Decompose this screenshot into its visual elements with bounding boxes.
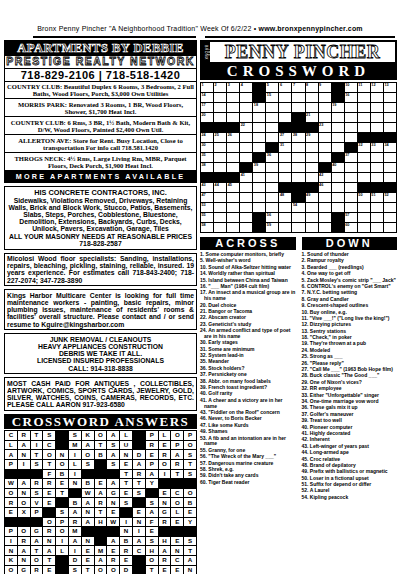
puzzle-black-cell (240, 163, 252, 172)
puzzle-cell[interactable] (240, 213, 252, 222)
puzzle-cell[interactable]: 60 (345, 223, 357, 232)
puzzle-cell[interactable] (384, 153, 396, 162)
puzzle-black-cell (227, 173, 239, 182)
answer-black-cell (18, 470, 30, 479)
puzzle-cell[interactable] (332, 173, 344, 182)
puzzle-cell[interactable]: 33 (371, 143, 383, 152)
puzzle-cell[interactable]: 4 (240, 83, 252, 92)
listing-allerton-ave: ALLERTON AVE: Store for Rent. Busy Locat… (5, 134, 196, 152)
puzzle-cell[interactable] (306, 223, 318, 232)
puzzle-cell[interactable] (240, 183, 252, 192)
puzzle-cell[interactable]: 31 (279, 143, 291, 152)
puzzle-black-cell (292, 193, 304, 202)
puzzle-black-cell (306, 123, 318, 132)
puzzle-cell[interactable] (227, 203, 239, 212)
puzzle-cell[interactable] (227, 213, 239, 222)
puzzle-cell[interactable]: 26 (227, 133, 239, 142)
puzzle-cell[interactable] (214, 213, 226, 222)
answer-black-cell (56, 431, 68, 440)
puzzle-cell[interactable] (253, 183, 265, 192)
answer-cell: E (120, 556, 132, 565)
puzzle-cell[interactable] (266, 103, 278, 112)
puzzle-cell[interactable]: 55 (201, 213, 213, 222)
puzzle-cell[interactable]: 30 (201, 143, 213, 152)
answer-cell: R (5, 498, 17, 507)
puzzle-cell[interactable] (371, 153, 383, 162)
junk-removal-ad: JUNK REMOVAL / CLEANOUTS HEAVY APPLIANCE… (4, 333, 197, 374)
puzzle-cell[interactable]: 54 (292, 203, 304, 212)
puzzle-black-cell (306, 183, 318, 192)
answer-cell: P (5, 460, 17, 469)
puzzle-cell[interactable] (240, 153, 252, 162)
puzzle-cell[interactable] (319, 153, 331, 162)
puzzle-cell[interactable] (384, 123, 396, 132)
answer-cell: P (184, 431, 196, 440)
puzzle-cell[interactable]: 23 (319, 123, 331, 132)
puzzle-cell[interactable]: 40 (332, 163, 344, 172)
puzzle-cell[interactable]: 35 (201, 153, 213, 162)
puzzle-cell[interactable] (319, 93, 331, 102)
puzzle-cell[interactable] (306, 173, 318, 182)
puzzle-black-cell (253, 153, 265, 162)
answer-black-cell (146, 489, 158, 498)
answer-cell: S (184, 537, 196, 546)
puzzle-cell[interactable] (214, 153, 226, 162)
puzzle-cell[interactable] (266, 163, 278, 172)
puzzle-cell[interactable] (279, 203, 291, 212)
answer-cell: E (146, 527, 158, 536)
across-clue: 24. An armed conflict and type of poet a… (200, 328, 296, 340)
puzzle-cell[interactable]: 46 (319, 183, 331, 192)
clue-number: 40 (332, 163, 336, 168)
puzzle-cell[interactable] (227, 163, 239, 172)
puzzle-cell[interactable] (371, 223, 383, 232)
answer-cell: A (43, 546, 55, 555)
answer-cell: A (107, 537, 119, 546)
puzzle-cell[interactable]: 5 (266, 83, 278, 92)
puzzle-cell[interactable]: 10 (345, 83, 357, 92)
junk-ad-line-1: JUNK REMOVAL / CLEANOUTS (7, 336, 194, 343)
puzzle-cell[interactable] (292, 153, 304, 162)
puzzle-cell[interactable]: 49 (306, 193, 318, 202)
puzzle-cell[interactable] (345, 193, 357, 202)
realty-ad-title: APARTMENTS BY DEBBIE (17, 41, 184, 55)
puzzle-cell[interactable] (345, 113, 357, 122)
puzzle-cell[interactable] (358, 163, 370, 172)
puzzle-cell[interactable] (292, 93, 304, 102)
clue-number: 46 (319, 183, 323, 188)
answer-cell: A (171, 450, 183, 459)
puzzle-cell[interactable] (279, 153, 291, 162)
puzzle-cell[interactable]: 41 (240, 173, 252, 182)
puzzle-cell[interactable] (279, 103, 291, 112)
puzzle-cell[interactable] (371, 203, 383, 212)
puzzle-cell[interactable] (292, 103, 304, 112)
answer-cell: R (159, 556, 171, 565)
junk-ad-line-4: LICENSED INSURED PROFESSIONALS (7, 357, 194, 364)
puzzle-cell[interactable] (358, 203, 370, 212)
puzzle-cell[interactable] (345, 173, 357, 182)
answer-cell: N (18, 489, 30, 498)
clue-number: 43 (202, 183, 206, 188)
answer-cell: S (184, 450, 196, 459)
puzzle-cell[interactable] (345, 123, 357, 132)
clue-number: 59 (267, 223, 271, 228)
answer-cell: T (56, 489, 68, 498)
puzzle-cell[interactable] (306, 143, 318, 152)
puzzle-cell[interactable] (266, 113, 278, 122)
answer-cell: T (184, 546, 196, 555)
puzzle-cell[interactable] (319, 133, 331, 142)
answer-cell: S (146, 537, 158, 546)
puzzle-cell[interactable]: 37 (345, 153, 357, 162)
puzzle-cell[interactable] (253, 173, 265, 182)
puzzle-cell[interactable] (306, 103, 318, 112)
puzzle-cell[interactable]: 17 (201, 103, 213, 112)
puzzle-cell[interactable] (332, 203, 344, 212)
puzzle-cell[interactable]: 15 (266, 93, 278, 102)
puzzle-cell[interactable] (227, 153, 239, 162)
puzzle-cell[interactable] (240, 143, 252, 152)
puzzle-cell[interactable] (214, 103, 226, 112)
puzzle-cell[interactable] (358, 213, 370, 222)
answer-cell: E (120, 489, 132, 498)
puzzle-cell[interactable] (345, 203, 357, 212)
answer-cell: E (120, 460, 132, 469)
puzzle-cell[interactable] (319, 203, 331, 212)
puzzle-cell[interactable] (384, 113, 396, 122)
puzzle-cell[interactable] (253, 123, 265, 132)
puzzle-cell[interactable]: 18 (253, 103, 265, 112)
puzzle-cell[interactable] (240, 223, 252, 232)
puzzle-cell[interactable] (292, 173, 304, 182)
puzzle-cell[interactable] (227, 223, 239, 232)
puzzle-cell[interactable] (214, 143, 226, 152)
puzzle-cell[interactable] (358, 173, 370, 182)
puzzle-cell[interactable] (384, 93, 396, 102)
puzzle-cell[interactable] (384, 163, 396, 172)
puzzle-cell[interactable] (384, 173, 396, 182)
clue-number: 12 (371, 83, 375, 88)
clue-number: 7 (293, 83, 295, 88)
puzzle-cell[interactable] (253, 113, 265, 122)
puzzle-cell[interactable]: 42 (319, 173, 331, 182)
puzzle-cell[interactable] (358, 153, 370, 162)
answer-cell: P (171, 441, 183, 450)
puzzle-cell[interactable] (371, 93, 383, 102)
puzzle-cell[interactable] (358, 223, 370, 232)
puzzle-cell[interactable]: 47 (201, 193, 213, 202)
puzzle-cell[interactable] (319, 223, 331, 232)
puzzle-cell[interactable] (279, 173, 291, 182)
puzzle-cell[interactable] (332, 133, 344, 142)
left-column: APARTMENTS BY DEBBIE PRESTIGE REALTY NET… (4, 40, 197, 573)
puzzle-cell[interactable]: 44 (214, 183, 226, 192)
puzzle-cell[interactable]: 58 (201, 223, 213, 232)
puzzle-cell[interactable]: 8 (306, 83, 318, 92)
answer-cell: T (31, 546, 43, 555)
answer-black-cell (120, 508, 132, 517)
puzzle-cell[interactable] (253, 143, 265, 152)
puzzle-black-cell (292, 113, 304, 122)
puzzle-cell[interactable]: 14 (201, 93, 213, 102)
concrete-ad: HIS CONCRETE CONTRACTORS, INC. Sidewalks… (4, 186, 197, 249)
puzzle-cell[interactable] (227, 93, 239, 102)
puzzle-cell[interactable] (358, 123, 370, 132)
puzzle-cell[interactable] (319, 113, 331, 122)
answer-black-cell (56, 566, 68, 574)
puzzle-cell[interactable] (319, 193, 331, 202)
answer-cell: N (120, 450, 132, 459)
puzzle-cell[interactable] (227, 143, 239, 152)
puzzle-cell[interactable] (240, 203, 252, 212)
puzzle-cell[interactable] (345, 183, 357, 192)
puzzle-cell[interactable]: 13 (384, 83, 396, 92)
answer-cell: A (69, 508, 81, 517)
puzzle-cell[interactable]: 36 (266, 153, 278, 162)
puzzle-cell[interactable] (332, 183, 344, 192)
answer-cell: S (69, 566, 81, 574)
clue-number: 10 (345, 83, 349, 88)
puzzle-cell[interactable] (306, 153, 318, 162)
puzzle-cell[interactable] (266, 183, 278, 192)
answer-cell: A (18, 546, 30, 555)
puzzle-cell[interactable] (345, 163, 357, 172)
puzzle-cell[interactable] (319, 143, 331, 152)
puzzle-cell[interactable]: 28 (292, 133, 304, 142)
puzzle-cell[interactable] (384, 213, 396, 222)
puzzle-cell[interactable] (345, 133, 357, 142)
puzzle-cell[interactable] (214, 193, 226, 202)
puzzle-cell[interactable] (371, 113, 383, 122)
puzzle-cell[interactable] (306, 163, 318, 172)
answer-cell: N (18, 450, 30, 459)
puzzle-cell[interactable] (279, 223, 291, 232)
answer-cell: E (82, 546, 94, 555)
puzzle-cell[interactable] (266, 193, 278, 202)
puzzle-cell[interactable] (214, 223, 226, 232)
puzzle-cell[interactable] (240, 113, 252, 122)
answer-black-cell (184, 479, 196, 488)
answer-cell: P (146, 460, 158, 469)
puzzle-cell[interactable]: 16 (345, 93, 357, 102)
puzzle-cell[interactable] (332, 193, 344, 202)
puzzle-cell[interactable]: 39 (253, 163, 265, 172)
clue-number: 15 (267, 93, 271, 98)
answer-cell: I (69, 450, 81, 459)
puzzle-cell[interactable] (292, 163, 304, 172)
puzzle-cell[interactable]: 50 (358, 193, 370, 202)
answer-cell: O (5, 566, 17, 574)
puzzle-cell[interactable]: 19 (332, 103, 344, 112)
puzzle-cell[interactable] (371, 213, 383, 222)
puzzle-cell[interactable]: 25 (214, 133, 226, 142)
puzzle-cell[interactable] (384, 103, 396, 112)
puzzle-cell[interactable]: 38 (201, 163, 213, 172)
puzzle-cell[interactable]: 11 (358, 83, 370, 92)
answer-cell: L (5, 441, 17, 450)
puzzle-cell[interactable]: 51 (371, 193, 383, 202)
puzzle-cell[interactable] (319, 213, 331, 222)
puzzle-cell[interactable] (371, 173, 383, 182)
puzzle-cell[interactable] (358, 113, 370, 122)
clue-number: 18 (254, 103, 258, 108)
puzzle-cell[interactable] (240, 193, 252, 202)
puzzle-cell[interactable] (266, 203, 278, 212)
puzzle-cell[interactable]: 12 (371, 83, 383, 92)
clue-number: 41 (241, 173, 245, 178)
puzzle-cell[interactable]: 21 (306, 113, 318, 122)
crossword-answers-banner: CROSSWORD ANSWERS (4, 414, 197, 429)
puzzle-black-cell (332, 223, 344, 232)
answer-cell: H (159, 537, 171, 546)
puzzle-cell[interactable] (240, 103, 252, 112)
answer-cell: A (107, 431, 119, 440)
puzzle-cell[interactable]: 2 (214, 83, 226, 92)
puzzle-cell[interactable]: 1 (201, 83, 213, 92)
clue-number: 27 (280, 133, 284, 138)
answer-cell: B (56, 470, 68, 479)
puzzle-cell[interactable] (279, 163, 291, 172)
puzzle-cell[interactable] (279, 113, 291, 122)
puzzle-cell[interactable] (306, 213, 318, 222)
puzzle-cell[interactable]: 45 (227, 183, 239, 192)
answer-cell: E (43, 489, 55, 498)
puzzle-cell[interactable]: 6 (279, 83, 291, 92)
answer-black-cell (95, 537, 107, 546)
header-rule-right (205, 36, 395, 38)
puzzle-cell[interactable] (266, 173, 278, 182)
crossword-answers-section: CROSSWORD ANSWERS CRTSSKOALPLOPLAICMATSU… (4, 414, 197, 574)
puzzle-cell[interactable] (332, 143, 344, 152)
realty-ad-phones: 718-829-2106 | 718-518-1420 (5, 69, 196, 82)
answer-cell: E (171, 537, 183, 546)
answer-cell: M (69, 441, 81, 450)
clue-number: 55 (202, 213, 206, 218)
puzzle-cell[interactable] (384, 223, 396, 232)
puzzle-black-cell (279, 123, 291, 132)
puzzle-cell[interactable] (292, 213, 304, 222)
puzzle-cell[interactable]: 7 (292, 83, 304, 92)
answer-cell: T (184, 460, 196, 469)
answer-cell: B (184, 498, 196, 507)
puzzle-cell[interactable]: 22 (240, 123, 252, 132)
puzzle-cell[interactable] (371, 123, 383, 132)
puzzle-cell[interactable]: 59 (266, 223, 278, 232)
puzzle-cell[interactable] (240, 93, 252, 102)
puzzle-cell[interactable]: 27 (279, 133, 291, 142)
puzzle-cell[interactable] (214, 203, 226, 212)
puzzle-black-cell (345, 143, 357, 152)
puzzle-cell[interactable] (253, 203, 265, 212)
answer-black-cell (56, 556, 68, 565)
clue-number: 26 (228, 133, 232, 138)
puzzle-cell[interactable]: 3 (227, 83, 239, 92)
clue-number: 47 (202, 193, 206, 198)
answer-cell: R (107, 556, 119, 565)
concrete-ad-body: Sidewalks, Violations Removed, Driveways… (7, 197, 194, 233)
answer-black-cell (184, 527, 196, 536)
puzzle-cell[interactable]: 57 (345, 213, 357, 222)
puzzle-cell[interactable] (332, 123, 344, 132)
puzzle-cell[interactable] (358, 93, 370, 102)
puzzle-cell[interactable] (227, 103, 239, 112)
puzzle-cell[interactable]: 48 (279, 193, 291, 202)
puzzle-cell[interactable]: 53 (201, 203, 213, 212)
puzzle-cell[interactable] (227, 113, 239, 122)
puzzle-cell[interactable] (358, 103, 370, 112)
answer-cell: L (171, 508, 183, 517)
masthead-vertical-label: THE BRONX (202, 42, 210, 62)
answer-cell: R (43, 527, 55, 536)
answer-cell: T (146, 566, 158, 574)
puzzle-cell[interactable]: 24 (201, 133, 213, 142)
puzzle-cell[interactable] (214, 113, 226, 122)
puzzle-black-cell (332, 213, 344, 222)
puzzle-cell[interactable] (332, 113, 344, 122)
puzzle-cell[interactable] (371, 163, 383, 172)
answer-cell: A (31, 537, 43, 546)
puzzle-cell[interactable] (319, 103, 331, 112)
puzzle-cell[interactable] (266, 123, 278, 132)
answer-black-cell (159, 479, 171, 488)
puzzle-cell[interactable] (292, 143, 304, 152)
puzzle-cell[interactable] (384, 203, 396, 212)
puzzle-cell[interactable]: 43 (201, 183, 213, 192)
puzzle-cell[interactable] (253, 133, 265, 142)
crossword-masthead: THE BRONX PENNY PINCHER CROSSWORD (200, 40, 397, 80)
puzzle-cell[interactable] (371, 103, 383, 112)
puzzle-cell[interactable]: 29 (306, 133, 318, 142)
puzzle-cell[interactable] (279, 93, 291, 102)
clue-number: 13 (384, 83, 388, 88)
puzzle-cell[interactable]: 34 (384, 143, 396, 152)
wood-floor-ad-text: Micolosi Wood floor specialists: Sanding… (5, 254, 196, 286)
puzzle-cell[interactable] (266, 133, 278, 142)
answer-cell: A (107, 450, 119, 459)
puzzle-cell[interactable] (253, 193, 265, 202)
puzzle-cell[interactable] (214, 163, 226, 172)
puzzle-cell[interactable] (306, 203, 318, 212)
puzzle-cell[interactable] (214, 93, 226, 102)
puzzle-cell[interactable] (279, 213, 291, 222)
clue-number: 33 (371, 143, 375, 148)
puzzle-cell[interactable] (227, 193, 239, 202)
puzzle-cell[interactable]: 56 (266, 213, 278, 222)
clue-number: 50 (358, 193, 362, 198)
realty-ad-subtitle: PRESTIGE REALTY NETWORK (6, 55, 195, 67)
puzzle-cell[interactable] (345, 103, 357, 112)
answer-cell: R (31, 566, 43, 574)
answer-cell: B (95, 450, 107, 459)
puzzle-cell[interactable]: 9 (319, 83, 331, 92)
clue-number: 60 (345, 223, 349, 228)
puzzle-cell[interactable]: 20 (201, 113, 213, 122)
puzzle-cell[interactable] (240, 133, 252, 142)
puzzle-cell[interactable]: 32 (358, 143, 370, 152)
puzzle-cell[interactable] (306, 93, 318, 102)
puzzle-cell[interactable]: 52 (384, 193, 396, 202)
answer-black-cell (133, 566, 145, 574)
junk-ad-line-3: DEBRIS WE TAKE IT ALL. (7, 350, 194, 357)
answer-cell: E (184, 508, 196, 517)
answer-cell: K (82, 431, 94, 440)
answer-cell: O (95, 431, 107, 440)
answer-cell: L (69, 460, 81, 469)
answer-cell: I (69, 546, 81, 555)
puzzle-black-cell (253, 93, 265, 102)
puzzle-cell[interactable] (292, 223, 304, 232)
